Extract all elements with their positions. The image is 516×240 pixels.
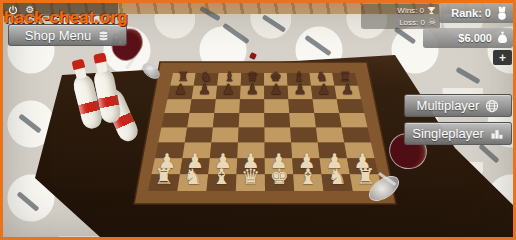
globe-icon (485, 99, 499, 113)
moneybag-icon (496, 31, 509, 45)
board-square[interactable] (213, 113, 240, 128)
watermark: hack-cheat.org (4, 8, 128, 28)
trophy-icon (427, 6, 436, 15)
loss-row: Loss: 0 ☠ (365, 17, 436, 27)
chess-piece-black-pawn[interactable]: ♟ (198, 82, 211, 96)
chess-piece-black-pawn[interactable]: ♟ (270, 82, 283, 96)
wins-label: Wins: 0 (397, 6, 424, 15)
multiplayer-label: Multiplayer (417, 98, 480, 113)
chess-piece-black-pawn[interactable]: ♟ (222, 82, 235, 96)
chess-piece-white-bishop[interactable]: ♝ (299, 166, 318, 187)
chess-piece-black-pawn[interactable]: ♟ (174, 82, 187, 96)
singleplayer-button[interactable]: Singleplayer (404, 122, 512, 145)
chess-piece-white-knight[interactable]: ♞ (183, 166, 202, 187)
board-square[interactable] (264, 113, 290, 128)
board-square[interactable] (264, 99, 289, 113)
board-square[interactable] (342, 128, 371, 143)
loss-label: Loss: 0 (399, 18, 425, 27)
add-money-button[interactable]: + (493, 50, 512, 65)
medal-icon (495, 6, 509, 21)
board-square[interactable] (239, 99, 264, 113)
chess-piece-white-bishop[interactable]: ♝ (212, 166, 231, 187)
chess-piece-white-king[interactable]: ♚ (270, 166, 289, 187)
board-square[interactable] (190, 99, 216, 113)
board-square[interactable] (339, 113, 367, 128)
money-panel: $6.000 (423, 28, 513, 48)
rank-label: Rank: 0 (451, 7, 491, 19)
chess-piece-black-pawn[interactable]: ♟ (246, 82, 259, 96)
stats-panel: Wins: 0 Loss: 0 ☠ (361, 4, 441, 29)
board-square[interactable] (187, 113, 214, 128)
shop-menu-label: Shop Menu (25, 28, 92, 43)
board-square[interactable] (290, 128, 318, 143)
game-scene: ♜♞♝♛♚♝♞♜♟♟♟♟♟♟♟♟♟♟♟♟♟♟♟♟♜♞♝♛♚♝♞♜ ⚙ hack-… (0, 0, 516, 240)
coins-icon (97, 29, 110, 42)
chess-piece-white-rook[interactable]: ♜ (154, 166, 173, 187)
chess-piece-white-knight[interactable]: ♞ (327, 166, 346, 187)
chess-piece-black-pawn[interactable]: ♟ (294, 82, 307, 96)
chess-piece-black-pawn[interactable]: ♟ (341, 82, 354, 96)
singleplayer-label: Singleplayer (412, 126, 484, 141)
chess-piece-black-pawn[interactable]: ♟ (317, 82, 330, 96)
board-square[interactable] (314, 113, 341, 128)
board-square[interactable] (165, 99, 192, 113)
podium-icon (490, 127, 504, 140)
board-square[interactable] (214, 99, 240, 113)
skull-icon: ☠ (428, 17, 436, 27)
board-square[interactable] (337, 99, 364, 113)
board-square[interactable] (239, 113, 265, 128)
board-square[interactable] (289, 113, 316, 128)
board-square[interactable] (238, 128, 265, 143)
rank-panel: Rank: 0 (439, 3, 513, 23)
board-square[interactable] (158, 128, 187, 143)
board-square[interactable] (313, 99, 340, 113)
board-square[interactable] (211, 128, 238, 143)
multiplayer-button[interactable]: Multiplayer (404, 94, 512, 117)
wins-row: Wins: 0 (365, 6, 436, 15)
chess-piece-white-queen[interactable]: ♛ (241, 166, 260, 187)
board-square[interactable] (161, 113, 189, 128)
board-square[interactable] (185, 128, 213, 143)
board-square[interactable] (316, 128, 344, 143)
board-square[interactable] (288, 99, 314, 113)
board-square[interactable] (265, 128, 292, 143)
money-amount: $6.000 (458, 32, 492, 44)
